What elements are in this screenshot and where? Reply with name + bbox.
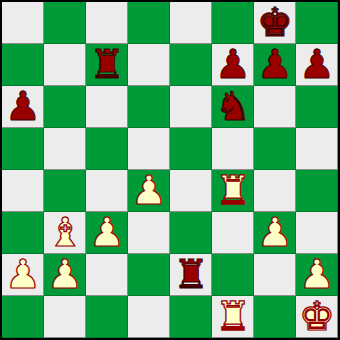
square-a8[interactable]	[2, 2, 44, 44]
square-g5[interactable]	[254, 128, 296, 170]
square-h3[interactable]	[296, 212, 338, 254]
square-g7[interactable]: ♟	[254, 44, 296, 86]
square-e1[interactable]	[170, 296, 212, 338]
white-bishop[interactable]: ♝	[47, 212, 83, 252]
white-rook[interactable]: ♜	[215, 296, 251, 336]
square-h7[interactable]: ♟	[296, 44, 338, 86]
square-e6[interactable]	[170, 86, 212, 128]
square-f7[interactable]: ♟	[212, 44, 254, 86]
square-d3[interactable]	[128, 212, 170, 254]
square-e4[interactable]	[170, 170, 212, 212]
square-g2[interactable]	[254, 254, 296, 296]
square-f5[interactable]	[212, 128, 254, 170]
square-c7[interactable]: ♜	[86, 44, 128, 86]
square-b1[interactable]	[44, 296, 86, 338]
square-d2[interactable]	[128, 254, 170, 296]
square-e2[interactable]: ♜	[170, 254, 212, 296]
square-d7[interactable]	[128, 44, 170, 86]
square-h5[interactable]	[296, 128, 338, 170]
square-d1[interactable]	[128, 296, 170, 338]
square-f3[interactable]	[212, 212, 254, 254]
square-b3[interactable]: ♝	[44, 212, 86, 254]
square-b5[interactable]	[44, 128, 86, 170]
black-pawn[interactable]: ♟	[257, 44, 293, 84]
square-g3[interactable]: ♟	[254, 212, 296, 254]
square-h8[interactable]	[296, 2, 338, 44]
square-h1[interactable]: ♚	[296, 296, 338, 338]
square-h4[interactable]	[296, 170, 338, 212]
square-d4[interactable]: ♟	[128, 170, 170, 212]
white-pawn[interactable]: ♟	[5, 254, 41, 294]
square-c5[interactable]	[86, 128, 128, 170]
chess-board: ♚♜♟♟♟♟♞♟♜♝♟♟♟♟♜♟♜♚	[0, 0, 340, 340]
square-a1[interactable]	[2, 296, 44, 338]
square-c6[interactable]	[86, 86, 128, 128]
black-rook[interactable]: ♜	[173, 254, 209, 294]
square-e8[interactable]	[170, 2, 212, 44]
square-f6[interactable]: ♞	[212, 86, 254, 128]
square-h6[interactable]	[296, 86, 338, 128]
white-rook[interactable]: ♜	[215, 170, 251, 210]
square-f8[interactable]	[212, 2, 254, 44]
square-a4[interactable]	[2, 170, 44, 212]
square-e5[interactable]	[170, 128, 212, 170]
square-g1[interactable]	[254, 296, 296, 338]
white-pawn[interactable]: ♟	[257, 212, 293, 252]
square-b2[interactable]: ♟	[44, 254, 86, 296]
black-pawn[interactable]: ♟	[5, 86, 41, 126]
square-c2[interactable]	[86, 254, 128, 296]
square-b8[interactable]	[44, 2, 86, 44]
square-f1[interactable]: ♜	[212, 296, 254, 338]
square-b4[interactable]	[44, 170, 86, 212]
square-f2[interactable]	[212, 254, 254, 296]
white-pawn[interactable]: ♟	[89, 212, 125, 252]
square-f4[interactable]: ♜	[212, 170, 254, 212]
square-c3[interactable]: ♟	[86, 212, 128, 254]
square-b7[interactable]	[44, 44, 86, 86]
white-pawn[interactable]: ♟	[131, 170, 167, 210]
black-pawn[interactable]: ♟	[215, 44, 251, 84]
square-a5[interactable]	[2, 128, 44, 170]
square-a3[interactable]	[2, 212, 44, 254]
black-knight[interactable]: ♞	[215, 86, 251, 126]
white-pawn[interactable]: ♟	[47, 254, 83, 294]
square-h2[interactable]: ♟	[296, 254, 338, 296]
square-d6[interactable]	[128, 86, 170, 128]
square-a2[interactable]: ♟	[2, 254, 44, 296]
square-e7[interactable]	[170, 44, 212, 86]
square-a7[interactable]	[2, 44, 44, 86]
white-king[interactable]: ♚	[299, 296, 335, 336]
square-b6[interactable]	[44, 86, 86, 128]
white-pawn[interactable]: ♟	[299, 254, 335, 294]
square-g8[interactable]: ♚	[254, 2, 296, 44]
black-pawn[interactable]: ♟	[299, 44, 335, 84]
square-g6[interactable]	[254, 86, 296, 128]
square-a6[interactable]: ♟	[2, 86, 44, 128]
square-g4[interactable]	[254, 170, 296, 212]
square-c8[interactable]	[86, 2, 128, 44]
square-d8[interactable]	[128, 2, 170, 44]
square-e3[interactable]	[170, 212, 212, 254]
square-c4[interactable]	[86, 170, 128, 212]
square-c1[interactable]	[86, 296, 128, 338]
black-king[interactable]: ♚	[257, 2, 293, 42]
square-d5[interactable]	[128, 128, 170, 170]
black-rook[interactable]: ♜	[89, 44, 125, 84]
